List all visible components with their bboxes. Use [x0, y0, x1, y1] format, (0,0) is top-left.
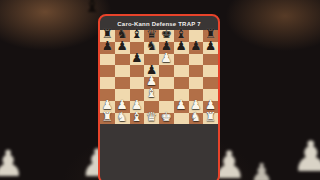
black-pawn: ♟ — [176, 40, 187, 53]
square-f4 — [174, 77, 189, 89]
white-rook: ♜ — [205, 111, 216, 124]
white-bishop: ♝ — [146, 87, 157, 100]
square-c4 — [130, 77, 145, 89]
square-h4 — [203, 77, 218, 89]
square-b6 — [115, 54, 130, 66]
background-dark-piece-silhouette: ♝ — [84, 0, 101, 15]
chess-board: ♜♞♝♛♚♝♜♟♟♞♟♟♟♟♟♟♟♟♝♟♟♟♟♟♟♜♞♝♛♚♞♜ — [100, 30, 218, 124]
square-d7: ♞ — [144, 42, 159, 54]
square-g5 — [189, 65, 204, 77]
square-c6: ♟ — [130, 54, 145, 66]
black-pawn: ♟ — [131, 52, 142, 65]
video-frame[interactable]: Caro-Kann Defense TRAP 7 ♜♞♝♛♚♝♜♟♟♞♟♟♟♟♟… — [98, 14, 220, 180]
white-rook: ♜ — [102, 111, 113, 124]
square-f2: ♟ — [174, 101, 189, 113]
square-e1: ♚ — [159, 113, 174, 125]
square-g6 — [189, 54, 204, 66]
black-knight: ♞ — [146, 40, 157, 53]
square-b7: ♟ — [115, 42, 130, 54]
square-d1: ♛ — [144, 113, 159, 125]
square-h1: ♜ — [203, 113, 218, 125]
square-h5 — [203, 65, 218, 77]
square-f5 — [174, 65, 189, 77]
background-white-pawn-silhouette: ♟ — [250, 160, 273, 180]
white-bishop: ♝ — [131, 111, 142, 124]
black-pawn: ♟ — [190, 40, 201, 53]
white-pawn: ♟ — [176, 99, 187, 112]
screenshot-root: ♟ ♟ ♟ ♟ ♟ ♝ Caro-Kann Defense TRAP 7 ♜♞♝… — [0, 0, 320, 180]
square-c1: ♝ — [130, 113, 145, 125]
black-pawn: ♟ — [205, 40, 216, 53]
white-knight: ♞ — [190, 111, 201, 124]
square-e5 — [159, 65, 174, 77]
square-b5 — [115, 65, 130, 77]
square-a4 — [100, 77, 115, 89]
square-c8: ♝ — [130, 30, 145, 42]
background-white-pawn-silhouette: ♟ — [292, 136, 320, 178]
square-g1: ♞ — [189, 113, 204, 125]
square-e4 — [159, 77, 174, 89]
black-pawn: ♟ — [102, 40, 113, 53]
square-a1: ♜ — [100, 113, 115, 125]
square-c5 — [130, 65, 145, 77]
square-g7: ♟ — [189, 42, 204, 54]
white-king: ♚ — [161, 111, 172, 124]
square-e3 — [159, 89, 174, 101]
square-f1 — [174, 113, 189, 125]
square-h6 — [203, 54, 218, 66]
square-a7: ♟ — [100, 42, 115, 54]
square-e6: ♟ — [159, 54, 174, 66]
square-h7: ♟ — [203, 42, 218, 54]
square-a6 — [100, 54, 115, 66]
white-pawn: ♟ — [161, 52, 172, 65]
background-white-pawn-silhouette: ♟ — [0, 146, 24, 180]
white-queen: ♛ — [146, 111, 157, 124]
square-f6 — [174, 54, 189, 66]
black-pawn: ♟ — [117, 40, 128, 53]
white-knight: ♞ — [117, 111, 128, 124]
square-b4 — [115, 77, 130, 89]
square-f7: ♟ — [174, 42, 189, 54]
square-g4 — [189, 77, 204, 89]
black-bishop: ♝ — [131, 28, 142, 41]
square-a5 — [100, 65, 115, 77]
square-d3: ♝ — [144, 89, 159, 101]
square-b1: ♞ — [115, 113, 130, 125]
